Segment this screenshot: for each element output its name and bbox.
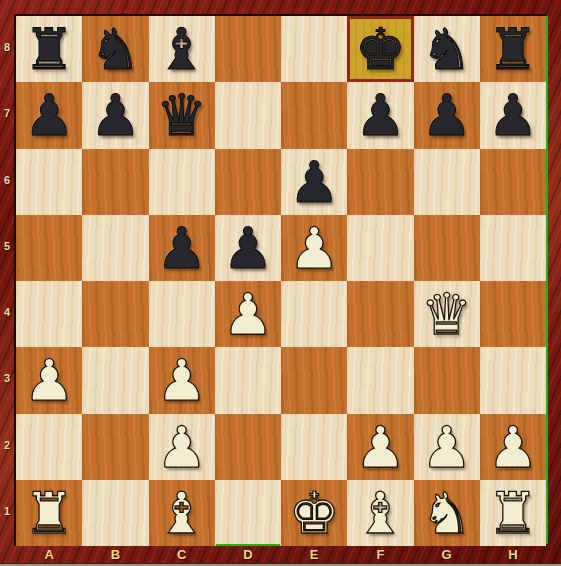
square-c2[interactable]: ♟ xyxy=(149,414,215,480)
piece-black-pawn-g7[interactable]: ♟ xyxy=(421,82,472,148)
square-b8[interactable]: ♞ xyxy=(82,16,148,82)
piece-black-pawn-c5[interactable]: ♟ xyxy=(156,215,207,281)
square-d2[interactable] xyxy=(215,414,281,480)
square-d4[interactable]: ♟ xyxy=(215,281,281,347)
square-g3[interactable] xyxy=(414,347,480,413)
piece-white-pawn-f2[interactable]: ♟ xyxy=(355,414,406,480)
piece-white-bishop-f1[interactable]: ♝ xyxy=(355,480,406,546)
square-h4[interactable] xyxy=(480,281,546,347)
square-c7[interactable]: ♛ xyxy=(149,82,215,148)
rank-label-2: 2 xyxy=(0,412,14,478)
piece-white-rook-a1[interactable]: ♜ xyxy=(24,480,75,546)
square-f5[interactable] xyxy=(347,215,413,281)
square-d8[interactable] xyxy=(215,16,281,82)
square-b2[interactable] xyxy=(82,414,148,480)
board-right-edge-artifact xyxy=(546,16,548,544)
square-b5[interactable] xyxy=(82,215,148,281)
chess-app-window: ♜♞♝♚♞♜♟♟♛♟♟♟♟♟♟♟♟♛♟♟♟♟♟♟♜♝♚♝♞♜ 87654321 … xyxy=(0,0,561,566)
square-h6[interactable] xyxy=(480,149,546,215)
square-g4[interactable]: ♛ xyxy=(414,281,480,347)
file-label-e: E xyxy=(281,547,347,563)
square-f7[interactable]: ♟ xyxy=(347,82,413,148)
rank-label-4: 4 xyxy=(0,279,14,345)
square-a1[interactable]: ♜ xyxy=(16,480,82,546)
square-e2[interactable] xyxy=(281,414,347,480)
piece-black-pawn-a7[interactable]: ♟ xyxy=(24,82,75,148)
square-d1-edge-artifact xyxy=(216,544,280,546)
square-h1[interactable]: ♜ xyxy=(480,480,546,546)
square-a4[interactable] xyxy=(16,281,82,347)
square-e4[interactable] xyxy=(281,281,347,347)
square-h5[interactable] xyxy=(480,215,546,281)
square-e3[interactable] xyxy=(281,347,347,413)
piece-white-pawn-c2[interactable]: ♟ xyxy=(156,414,207,480)
square-a5[interactable] xyxy=(16,215,82,281)
square-b1[interactable] xyxy=(82,480,148,546)
square-a2[interactable] xyxy=(16,414,82,480)
piece-white-king-e1[interactable]: ♚ xyxy=(289,480,340,546)
piece-white-pawn-g2[interactable]: ♟ xyxy=(421,414,472,480)
square-c4[interactable] xyxy=(149,281,215,347)
piece-black-pawn-f7[interactable]: ♟ xyxy=(355,82,406,148)
square-b3[interactable] xyxy=(82,347,148,413)
piece-black-rook-h8[interactable]: ♜ xyxy=(487,16,538,82)
piece-black-pawn-b7[interactable]: ♟ xyxy=(90,82,141,148)
square-a3[interactable]: ♟ xyxy=(16,347,82,413)
square-a8[interactable]: ♜ xyxy=(16,16,82,82)
square-d7[interactable] xyxy=(215,82,281,148)
square-h8[interactable]: ♜ xyxy=(480,16,546,82)
square-g1[interactable]: ♞ xyxy=(414,480,480,546)
piece-white-rook-h1[interactable]: ♜ xyxy=(487,480,538,546)
square-e7[interactable] xyxy=(281,82,347,148)
square-f6[interactable] xyxy=(347,149,413,215)
square-g6[interactable] xyxy=(414,149,480,215)
rank-label-7: 7 xyxy=(0,80,14,146)
chess-board: ♜♞♝♚♞♜♟♟♛♟♟♟♟♟♟♟♟♛♟♟♟♟♟♟♜♝♚♝♞♜ xyxy=(14,14,546,546)
square-b7[interactable]: ♟ xyxy=(82,82,148,148)
square-f8[interactable]: ♚ xyxy=(347,16,413,82)
piece-black-pawn-d5[interactable]: ♟ xyxy=(222,215,273,281)
square-h7[interactable]: ♟ xyxy=(480,82,546,148)
square-g5[interactable] xyxy=(414,215,480,281)
rank-label-5: 5 xyxy=(0,213,14,279)
square-e1[interactable]: ♚ xyxy=(281,480,347,546)
square-c1[interactable]: ♝ xyxy=(149,480,215,546)
square-f1[interactable]: ♝ xyxy=(347,480,413,546)
square-d1[interactable] xyxy=(215,480,281,546)
square-g7[interactable]: ♟ xyxy=(414,82,480,148)
square-b6[interactable] xyxy=(82,149,148,215)
piece-white-knight-g1[interactable]: ♞ xyxy=(421,480,472,546)
piece-black-knight-g8[interactable]: ♞ xyxy=(421,16,472,82)
piece-black-pawn-e6[interactable]: ♟ xyxy=(289,149,340,215)
square-f4[interactable] xyxy=(347,281,413,347)
square-h2[interactable]: ♟ xyxy=(480,414,546,480)
piece-black-queen-c7[interactable]: ♛ xyxy=(156,82,207,148)
square-d5[interactable]: ♟ xyxy=(215,215,281,281)
square-e8[interactable] xyxy=(281,16,347,82)
square-g8[interactable]: ♞ xyxy=(414,16,480,82)
piece-white-pawn-d4[interactable]: ♟ xyxy=(222,281,273,347)
file-label-g: G xyxy=(414,547,480,563)
file-label-b: B xyxy=(82,547,148,563)
square-d6[interactable] xyxy=(215,149,281,215)
piece-white-pawn-c3[interactable]: ♟ xyxy=(156,347,207,413)
square-b4[interactable] xyxy=(82,281,148,347)
file-label-h: H xyxy=(480,547,546,563)
rank-label-8: 8 xyxy=(0,14,14,80)
piece-white-queen-g4[interactable]: ♛ xyxy=(421,281,472,347)
square-f2[interactable]: ♟ xyxy=(347,414,413,480)
square-h3[interactable] xyxy=(480,347,546,413)
square-f3[interactable] xyxy=(347,347,413,413)
square-d3[interactable] xyxy=(215,347,281,413)
piece-white-pawn-e5[interactable]: ♟ xyxy=(289,215,340,281)
square-e6[interactable]: ♟ xyxy=(281,149,347,215)
file-label-c: C xyxy=(149,547,215,563)
square-c8[interactable]: ♝ xyxy=(149,16,215,82)
file-label-f: F xyxy=(347,547,413,563)
piece-white-bishop-c1[interactable]: ♝ xyxy=(156,480,207,546)
square-c5[interactable]: ♟ xyxy=(149,215,215,281)
square-e5[interactable]: ♟ xyxy=(281,215,347,281)
piece-black-pawn-h7[interactable]: ♟ xyxy=(487,82,538,148)
rank-label-6: 6 xyxy=(0,147,14,213)
piece-white-pawn-a3[interactable]: ♟ xyxy=(24,347,75,413)
piece-black-rook-a8[interactable]: ♜ xyxy=(24,16,75,82)
square-a7[interactable]: ♟ xyxy=(16,82,82,148)
piece-black-knight-b8[interactable]: ♞ xyxy=(90,16,141,82)
square-c3[interactable]: ♟ xyxy=(149,347,215,413)
file-label-d: D xyxy=(215,547,281,563)
piece-white-pawn-h2[interactable]: ♟ xyxy=(487,414,538,480)
rank-label-1: 1 xyxy=(0,478,14,544)
square-g2[interactable]: ♟ xyxy=(414,414,480,480)
square-a6[interactable] xyxy=(16,149,82,215)
piece-black-king-f8[interactable]: ♚ xyxy=(355,16,406,82)
file-label-a: A xyxy=(16,547,82,563)
square-c6[interactable] xyxy=(149,149,215,215)
rank-label-3: 3 xyxy=(0,345,14,411)
piece-black-bishop-c8[interactable]: ♝ xyxy=(156,16,207,82)
